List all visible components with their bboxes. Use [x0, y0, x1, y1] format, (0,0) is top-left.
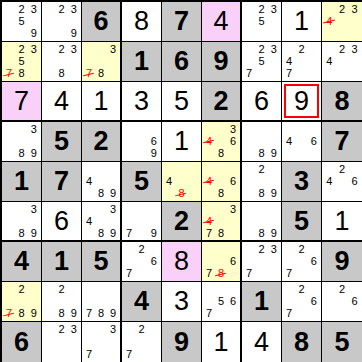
cell-r2c5[interactable]: 6	[162, 42, 202, 82]
solved-digit: 9	[294, 88, 309, 115]
candidate-2: 2	[255, 243, 267, 255]
pencil-marks: 69	[123, 123, 160, 160]
candidate-2: 2	[55, 323, 67, 336]
candidate-2: 2	[135, 323, 147, 336]
cell-r1c8[interactable]: 1	[282, 2, 322, 42]
given-digit: 5	[294, 208, 309, 235]
candidate-6: 6	[308, 255, 320, 267]
cell-r4c3[interactable]: 2	[82, 122, 122, 162]
eliminated-candidate-7: 7	[83, 68, 95, 80]
cell-r3c9[interactable]: 8	[322, 82, 362, 122]
cell-r1c1[interactable]: 2359	[2, 2, 42, 42]
eliminated-candidate-8: 8	[215, 268, 227, 280]
pencil-marks: 48	[163, 163, 200, 200]
cell-r9c7[interactable]: 4	[242, 322, 282, 362]
candidate-2: 2	[135, 243, 147, 255]
candidate-6: 6	[227, 175, 239, 187]
given-digit: 1	[254, 288, 269, 315]
given-digit: 2	[93, 128, 108, 155]
candidate-3: 3	[227, 123, 239, 135]
cell-r8c1[interactable]: 2897	[2, 282, 42, 322]
candidate-6: 6	[308, 295, 320, 307]
cell-r2c2[interactable]: 238	[42, 42, 82, 82]
given-digit: 7	[174, 8, 189, 35]
eliminated-candidate-4: 4	[203, 215, 215, 227]
candidate-3: 3	[68, 43, 80, 55]
cell-r2c1[interactable]: 23587	[2, 42, 42, 82]
pencil-marks: 2359	[3, 3, 40, 40]
candidate-4: 4	[163, 175, 175, 187]
candidate-2: 2	[255, 43, 267, 55]
candidate-2: 2	[255, 163, 267, 175]
cell-r9c5[interactable]: 9	[162, 322, 202, 362]
candidate-7: 7	[243, 68, 255, 80]
cell-r4c6[interactable]: 3684	[202, 122, 242, 162]
cell-r3c5[interactable]: 5	[162, 82, 202, 122]
candidate-2: 2	[15, 43, 27, 55]
candidate-8: 8	[95, 188, 107, 200]
eliminated-candidate-7: 7	[3, 68, 15, 80]
cell-r1c5[interactable]: 7	[162, 2, 202, 42]
candidate-8: 8	[215, 188, 227, 200]
candidate-8: 8	[55, 308, 67, 320]
candidate-6: 6	[227, 255, 239, 267]
cell-r8c9[interactable]: 26	[322, 282, 362, 322]
candidate-6: 6	[148, 255, 160, 267]
cell-r6c8[interactable]: 5	[282, 202, 322, 242]
sudoku-board: 2359239687423512342358723838716923572472…	[0, 0, 362, 362]
candidate-2: 2	[336, 3, 349, 15]
pencil-marks: 234	[323, 43, 361, 80]
candidate-4: 4	[323, 55, 336, 67]
cell-r4c5[interactable]: 1	[162, 122, 202, 162]
cell-r7c9[interactable]: 9	[322, 242, 362, 282]
candidate-7: 7	[283, 268, 295, 280]
pencil-marks: 387	[83, 43, 119, 80]
candidate-3: 3	[68, 323, 80, 336]
cell-r4c9[interactable]: 7	[322, 122, 362, 162]
candidate-8: 8	[55, 68, 67, 80]
pencil-marks: 684	[203, 163, 239, 200]
cell-r8c5[interactable]: 3	[162, 282, 202, 322]
given-digit: 3	[294, 168, 309, 195]
given-digit: 4	[134, 288, 149, 315]
candidate-7: 7	[123, 227, 135, 239]
candidate-4: 4	[283, 55, 295, 67]
pencil-marks: 2357	[243, 43, 280, 80]
candidate-7: 7	[123, 268, 135, 280]
cell-r3c2[interactable]: 4	[42, 82, 82, 122]
solved-digit: 4	[254, 329, 269, 356]
pencil-marks: 238	[43, 43, 80, 80]
cell-r2c7[interactable]: 2357	[242, 42, 282, 82]
candidate-2: 2	[55, 283, 67, 295]
cell-r1c6[interactable]: 4	[202, 2, 242, 42]
candidate-8: 8	[95, 68, 107, 80]
cell-r3c4[interactable]: 3	[122, 82, 162, 122]
pencil-marks: 46	[283, 123, 320, 160]
given-digit: 5	[93, 248, 108, 275]
cell-r2c4[interactable]: 1	[122, 42, 162, 82]
candidate-2: 2	[336, 163, 349, 175]
cell-r9c6[interactable]: 1	[202, 322, 242, 362]
cell-r7c7[interactable]: 237	[242, 242, 282, 282]
cell-r7c2[interactable]: 1	[42, 242, 82, 282]
pencil-marks: 267	[123, 243, 160, 280]
candidate-3: 3	[268, 3, 280, 15]
candidate-6: 6	[148, 135, 160, 147]
eliminated-candidate-7: 7	[3, 308, 15, 320]
given-digit: 8	[334, 88, 349, 115]
candidate-4: 4	[83, 215, 95, 227]
candidate-8: 8	[95, 308, 107, 320]
cell-r8c7[interactable]: 1	[242, 282, 282, 322]
candidate-9: 9	[28, 148, 40, 160]
candidate-2: 2	[295, 43, 307, 55]
given-digit: 8	[294, 329, 309, 356]
given-digit: 4	[14, 248, 29, 275]
candidate-9: 9	[68, 28, 80, 40]
candidate-2: 2	[55, 43, 67, 55]
pencil-marks: 89	[243, 203, 280, 239]
pencil-marks: 239	[43, 3, 80, 40]
cell-r5c7[interactable]: 289	[242, 162, 282, 202]
eliminated-candidate-4: 4	[203, 175, 215, 187]
solved-digit: 1	[174, 128, 189, 155]
cell-r7c8[interactable]: 267	[282, 242, 322, 282]
candidate-6: 6	[227, 135, 239, 147]
cell-r5c9[interactable]: 246	[322, 162, 362, 202]
eliminated-candidate-8: 8	[175, 188, 187, 200]
candidate-8: 8	[15, 227, 27, 239]
candidate-8: 8	[215, 148, 227, 160]
candidate-7: 7	[83, 348, 95, 361]
cell-r7c6[interactable]: 678	[202, 242, 242, 282]
candidate-5: 5	[255, 55, 267, 67]
cell-r5c4[interactable]: 5	[122, 162, 162, 202]
candidate-2: 2	[295, 243, 307, 255]
candidate-8: 8	[15, 68, 27, 80]
candidate-9: 9	[107, 308, 119, 320]
candidate-7: 7	[283, 308, 295, 320]
given-digit: 5	[134, 168, 149, 195]
pencil-marks: 234	[323, 3, 361, 40]
pencil-marks: 289	[43, 283, 80, 320]
pencil-marks: 567	[203, 283, 239, 320]
candidate-7: 7	[203, 227, 215, 239]
solved-digit: 1	[93, 88, 108, 115]
cell-r1c2[interactable]: 239	[42, 2, 82, 42]
candidate-9: 9	[28, 308, 40, 320]
pencil-marks: 247	[283, 43, 320, 80]
cell-r7c3[interactable]: 5	[82, 242, 122, 282]
cell-r6c5[interactable]: 2	[162, 202, 202, 242]
pencil-marks: 89	[243, 123, 280, 160]
given-digit: 5	[54, 128, 69, 155]
cell-r6c3[interactable]: 3489	[82, 202, 122, 242]
candidate-2: 2	[336, 43, 349, 55]
cell-r7c5[interactable]: 8	[162, 242, 202, 282]
pencil-marks: 389	[3, 123, 40, 160]
given-digit: 2	[174, 208, 189, 235]
pencil-marks: 267	[283, 243, 320, 280]
cell-r6c1[interactable]: 389	[2, 202, 42, 242]
given-digit: 9	[174, 329, 189, 356]
cell-r2c6[interactable]: 9	[202, 42, 242, 82]
pencil-marks: 489	[83, 163, 119, 200]
candidate-3: 3	[28, 203, 40, 215]
pencil-marks: 237	[243, 243, 280, 280]
cell-r8c6[interactable]: 567	[202, 282, 242, 322]
pencil-marks: 246	[323, 163, 361, 200]
cell-r3c8[interactable]: 9	[282, 82, 322, 122]
candidate-5: 5	[15, 15, 27, 27]
cell-r7c4[interactable]: 267	[122, 242, 162, 282]
cell-r5c3[interactable]: 489	[82, 162, 122, 202]
solved-digit: 1	[334, 208, 349, 235]
cell-r9c2[interactable]: 23	[42, 322, 82, 362]
given-digit: 9	[213, 48, 228, 75]
candidate-3: 3	[28, 123, 40, 135]
cell-r2c9[interactable]: 234	[322, 42, 362, 82]
candidate-2: 2	[55, 3, 67, 15]
candidate-7: 7	[123, 348, 135, 361]
cell-r4c8[interactable]: 46	[282, 122, 322, 162]
candidate-9: 9	[148, 148, 160, 160]
candidate-5: 5	[15, 55, 27, 67]
pencil-marks: 235	[243, 3, 280, 40]
candidate-6: 6	[227, 295, 239, 307]
given-digit: 1	[14, 168, 29, 195]
candidate-3: 3	[348, 43, 361, 55]
cell-r5c6[interactable]: 684	[202, 162, 242, 202]
cell-r6c2[interactable]: 6	[42, 202, 82, 242]
cell-r5c1[interactable]: 1	[2, 162, 42, 202]
solved-digit: 7	[14, 88, 29, 115]
pencil-marks: 79	[123, 203, 160, 239]
given-digit: 1	[54, 248, 69, 275]
given-digit: 9	[334, 248, 349, 275]
candidate-4: 4	[283, 135, 295, 147]
candidate-9: 9	[28, 227, 40, 239]
pencil-marks: 3489	[83, 203, 119, 239]
solved-digit: 3	[174, 288, 189, 315]
cell-r6c6[interactable]: 3784	[202, 202, 242, 242]
solved-digit: 1	[213, 329, 228, 356]
candidate-3: 3	[107, 203, 119, 215]
candidate-8: 8	[15, 308, 27, 320]
solved-digit: 6	[54, 208, 69, 235]
cell-r6c4[interactable]: 79	[122, 202, 162, 242]
pencil-marks: 289	[243, 163, 280, 200]
cell-r3c7[interactable]: 6	[242, 82, 282, 122]
pencil-marks: 26	[323, 283, 361, 320]
candidate-3: 3	[68, 3, 80, 15]
pencil-marks: 37	[83, 323, 119, 361]
candidate-7: 7	[283, 68, 295, 80]
pencil-marks: 23	[43, 323, 80, 361]
candidate-5: 5	[255, 15, 267, 27]
given-digit: 6	[14, 329, 29, 356]
candidate-3: 3	[348, 3, 361, 15]
candidate-2: 2	[336, 283, 349, 295]
candidate-9: 9	[28, 28, 40, 40]
candidate-4: 4	[323, 175, 336, 187]
cell-r2c8[interactable]: 247	[282, 42, 322, 82]
cell-r6c7[interactable]: 89	[242, 202, 282, 242]
cell-r3c6[interactable]: 2	[202, 82, 242, 122]
cell-r9c9[interactable]: 5	[322, 322, 362, 362]
solved-digit: 8	[174, 248, 189, 275]
candidate-7: 7	[243, 268, 255, 280]
cell-r3c3[interactable]: 1	[82, 82, 122, 122]
cell-r6c9[interactable]: 1	[322, 202, 362, 242]
candidate-4: 4	[83, 175, 95, 187]
candidate-9: 9	[107, 227, 119, 239]
pencil-marks: 3684	[203, 123, 239, 160]
candidate-3: 3	[107, 323, 119, 336]
candidate-9: 9	[107, 188, 119, 200]
candidate-3: 3	[268, 43, 280, 55]
given-digit: 1	[134, 48, 149, 75]
pencil-marks: 23587	[3, 43, 40, 80]
cell-r9c1[interactable]: 6	[2, 322, 42, 362]
candidate-9: 9	[268, 227, 280, 239]
candidate-9: 9	[148, 227, 160, 239]
candidate-3: 3	[28, 3, 40, 15]
candidate-9: 9	[268, 148, 280, 160]
candidate-8: 8	[255, 188, 267, 200]
candidate-7: 7	[203, 268, 215, 280]
eliminated-candidate-4: 4	[323, 15, 336, 27]
cell-r4c7[interactable]: 89	[242, 122, 282, 162]
solved-digit: 4	[213, 8, 228, 35]
candidate-8: 8	[95, 227, 107, 239]
solved-digit: 3	[134, 88, 149, 115]
cell-r4c4[interactable]: 69	[122, 122, 162, 162]
cell-r4c1[interactable]: 389	[2, 122, 42, 162]
candidate-6: 6	[348, 295, 361, 307]
candidate-2: 2	[15, 3, 27, 15]
candidate-3: 3	[28, 43, 40, 55]
pencil-marks: 267	[283, 283, 320, 320]
solved-digit: 5	[174, 88, 189, 115]
cell-r1c4[interactable]: 8	[122, 2, 162, 42]
candidate-8: 8	[255, 148, 267, 160]
cell-r3c1[interactable]: 7	[2, 82, 42, 122]
cell-r8c3[interactable]: 789	[82, 282, 122, 322]
candidate-8: 8	[255, 227, 267, 239]
candidate-9: 9	[268, 188, 280, 200]
candidate-3: 3	[107, 43, 119, 55]
given-digit: 7	[334, 128, 349, 155]
pencil-marks: 3784	[203, 203, 239, 239]
candidate-6: 6	[348, 175, 361, 187]
cell-r9c4[interactable]: 27	[122, 322, 162, 362]
cell-r9c3[interactable]: 37	[82, 322, 122, 362]
cell-r1c9[interactable]: 234	[322, 2, 362, 42]
pencil-marks: 389	[3, 203, 40, 239]
solved-digit: 1	[294, 8, 309, 35]
pencil-marks: 27	[123, 323, 160, 361]
candidate-7: 7	[203, 308, 215, 320]
eliminated-candidate-4: 4	[203, 135, 215, 147]
candidate-5: 5	[215, 295, 227, 307]
cell-r5c8[interactable]: 3	[282, 162, 322, 202]
cell-r4c2[interactable]: 5	[42, 122, 82, 162]
given-digit: 6	[93, 8, 108, 35]
candidate-3: 3	[227, 203, 239, 215]
cell-r1c7[interactable]: 235	[242, 2, 282, 42]
cell-r8c4[interactable]: 4	[122, 282, 162, 322]
given-digit: 7	[54, 168, 69, 195]
solved-digit: 6	[254, 88, 269, 115]
given-digit: 5	[334, 329, 349, 356]
pencil-marks: 789	[83, 283, 119, 320]
pencil-marks: 2897	[3, 283, 40, 320]
candidate-8: 8	[15, 148, 27, 160]
solved-digit: 8	[134, 8, 149, 35]
candidate-7: 7	[83, 308, 95, 320]
pencil-marks: 678	[203, 243, 239, 280]
candidate-3: 3	[268, 243, 280, 255]
cell-r8c2[interactable]: 289	[42, 282, 82, 322]
candidate-2: 2	[295, 283, 307, 295]
candidate-9: 9	[68, 308, 80, 320]
cell-r1c3[interactable]: 6	[82, 2, 122, 42]
cell-r7c1[interactable]: 4	[2, 242, 42, 282]
cell-r5c2[interactable]: 7	[42, 162, 82, 202]
cell-r5c5[interactable]: 48	[162, 162, 202, 202]
candidate-2: 2	[255, 3, 267, 15]
cell-r8c8[interactable]: 267	[282, 282, 322, 322]
solved-digit: 4	[54, 88, 69, 115]
given-digit: 2	[213, 88, 228, 115]
cell-r2c3[interactable]: 387	[82, 42, 122, 82]
candidate-2: 2	[15, 283, 27, 295]
candidate-8: 8	[215, 227, 227, 239]
candidate-6: 6	[308, 135, 320, 147]
given-digit: 6	[174, 48, 189, 75]
cell-r9c8[interactable]: 8	[282, 322, 322, 362]
